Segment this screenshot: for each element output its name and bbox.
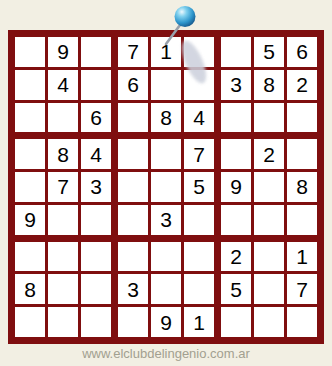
cell-r7c4[interactable] (118, 242, 148, 272)
cell-r7c6[interactable] (184, 242, 214, 272)
cell-r6c4[interactable] (118, 205, 148, 235)
cell-r7c2[interactable] (48, 242, 78, 272)
cell-r1c8[interactable]: 5 (254, 37, 284, 67)
cell-r7c7[interactable]: 2 (221, 242, 251, 272)
cell-r2c1[interactable] (15, 70, 45, 100)
cell-r2c5[interactable] (151, 70, 181, 100)
cell-r9c9[interactable] (287, 307, 317, 337)
cell-r6c6[interactable] (184, 205, 214, 235)
cell-r6c8[interactable] (254, 205, 284, 235)
cell-r5c1[interactable] (15, 172, 45, 202)
cell-r8c8[interactable] (254, 274, 284, 304)
cell-r6c9[interactable] (287, 205, 317, 235)
cell-r7c3[interactable] (81, 242, 111, 272)
cell-r1c2[interactable]: 9 (48, 37, 78, 67)
cell-r9c5[interactable]: 9 (151, 307, 181, 337)
cell-r3c2[interactable] (48, 103, 78, 133)
cell-r8c7[interactable]: 5 (221, 274, 251, 304)
cell-r5c9[interactable]: 8 (287, 172, 317, 202)
cell-r5c5[interactable] (151, 172, 181, 202)
cell-r9c4[interactable] (118, 307, 148, 337)
cell-r8c4[interactable]: 3 (118, 274, 148, 304)
cell-r9c7[interactable] (221, 307, 251, 337)
cell-r3c9[interactable] (287, 103, 317, 133)
cell-r7c9[interactable]: 1 (287, 242, 317, 272)
cell-r3c4[interactable] (118, 103, 148, 133)
cell-r6c3[interactable] (81, 205, 111, 235)
cell-r5c4[interactable] (118, 172, 148, 202)
cell-r1c3[interactable] (81, 37, 111, 67)
cell-r2c4[interactable]: 6 (118, 70, 148, 100)
cell-r1c6[interactable] (184, 37, 214, 67)
cell-r1c4[interactable]: 7 (118, 37, 148, 67)
cell-r3c6[interactable]: 4 (184, 103, 214, 133)
cell-r1c9[interactable]: 6 (287, 37, 317, 67)
cell-r4c9[interactable] (287, 139, 317, 169)
cell-r9c3[interactable] (81, 307, 111, 337)
cell-r4c8[interactable]: 2 (254, 139, 284, 169)
cell-r2c3[interactable] (81, 70, 111, 100)
cell-r7c5[interactable] (151, 242, 181, 272)
sudoku-board: 97156463826848472735989321835791 (8, 30, 324, 344)
cell-r7c8[interactable] (254, 242, 284, 272)
cell-r5c2[interactable]: 7 (48, 172, 78, 202)
cell-r8c1[interactable]: 8 (15, 274, 45, 304)
cell-r3c5[interactable]: 8 (151, 103, 181, 133)
cell-r4c1[interactable] (15, 139, 45, 169)
cell-r7c1[interactable] (15, 242, 45, 272)
cell-r5c8[interactable] (254, 172, 284, 202)
pin-ball (175, 6, 196, 27)
cell-r6c7[interactable] (221, 205, 251, 235)
cell-r1c1[interactable] (15, 37, 45, 67)
cell-r5c6[interactable]: 5 (184, 172, 214, 202)
cell-r4c2[interactable]: 8 (48, 139, 78, 169)
cell-r3c8[interactable] (254, 103, 284, 133)
cell-r8c5[interactable] (151, 274, 181, 304)
cell-r6c1[interactable]: 9 (15, 205, 45, 235)
cell-r9c2[interactable] (48, 307, 78, 337)
cell-r3c1[interactable] (15, 103, 45, 133)
cell-r4c6[interactable]: 7 (184, 139, 214, 169)
cell-r6c2[interactable] (48, 205, 78, 235)
cell-r9c6[interactable]: 1 (184, 307, 214, 337)
cell-r4c3[interactable]: 4 (81, 139, 111, 169)
cell-r2c7[interactable]: 3 (221, 70, 251, 100)
cell-r8c2[interactable] (48, 274, 78, 304)
cell-r3c3[interactable]: 6 (81, 103, 111, 133)
cell-r3c7[interactable] (221, 103, 251, 133)
cell-r5c7[interactable]: 9 (221, 172, 251, 202)
cell-r2c9[interactable]: 2 (287, 70, 317, 100)
cell-r8c3[interactable] (81, 274, 111, 304)
cell-r2c6[interactable] (184, 70, 214, 100)
cell-r2c2[interactable]: 4 (48, 70, 78, 100)
cell-r6c5[interactable]: 3 (151, 205, 181, 235)
cell-r1c5[interactable]: 1 (151, 37, 181, 67)
cell-r8c6[interactable] (184, 274, 214, 304)
cell-r9c1[interactable] (15, 307, 45, 337)
cell-r4c5[interactable] (151, 139, 181, 169)
cell-r9c8[interactable] (254, 307, 284, 337)
cell-r1c7[interactable] (221, 37, 251, 67)
website-url: www.elclubdelingenio.com.ar (0, 346, 332, 361)
cell-r4c7[interactable] (221, 139, 251, 169)
cell-r5c3[interactable]: 3 (81, 172, 111, 202)
cell-r4c4[interactable] (118, 139, 148, 169)
cell-r2c8[interactable]: 8 (254, 70, 284, 100)
cell-r8c9[interactable]: 7 (287, 274, 317, 304)
